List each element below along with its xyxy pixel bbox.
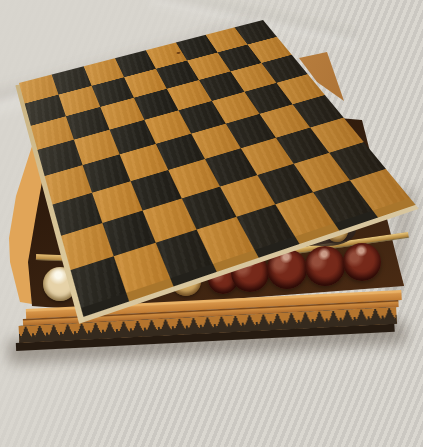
checker-piece-dark (343, 243, 381, 281)
checker-piece-dark (305, 246, 345, 286)
photo-scene (0, 0, 423, 447)
